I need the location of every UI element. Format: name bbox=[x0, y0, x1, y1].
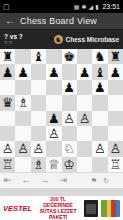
square-c8[interactable]: ♝ bbox=[31, 49, 46, 64]
square-c3[interactable] bbox=[31, 126, 46, 141]
square-d6[interactable] bbox=[46, 80, 61, 95]
piece-black-pawn[interactable]: ♟ bbox=[79, 65, 91, 78]
chess-board[interactable]: ♜♝♚♞♜♟♟♟♟♝♟♟♟♛♗♟♙♙♙♙♙♙♘♙♙♖♗♕♔♖ bbox=[0, 49, 123, 172]
piece-white-pawn[interactable]: ♙ bbox=[94, 142, 106, 155]
square-f4[interactable]: ♙ bbox=[77, 111, 92, 126]
square-e8[interactable]: ♚ bbox=[62, 49, 77, 64]
signal-icon: ◢ bbox=[89, 4, 94, 10]
result-label: ?-? bbox=[4, 40, 23, 46]
game-info-bar: ? vs ? ?-? ♞ Chess Microbase bbox=[0, 30, 123, 49]
square-c2[interactable]: ♙ bbox=[31, 141, 46, 156]
players-block: ? vs ? ?-? bbox=[4, 33, 23, 47]
square-g3[interactable] bbox=[92, 126, 107, 141]
square-e5[interactable] bbox=[62, 95, 77, 110]
square-c5[interactable] bbox=[31, 95, 46, 110]
square-f6[interactable] bbox=[77, 80, 92, 95]
piece-white-knight[interactable]: ♘ bbox=[63, 142, 75, 155]
square-f1[interactable] bbox=[77, 157, 92, 172]
piece-white-pawn[interactable]: ♙ bbox=[109, 142, 121, 155]
piece-black-queen[interactable]: ♛ bbox=[2, 96, 14, 109]
square-e6[interactable]: ♟ bbox=[62, 80, 77, 95]
back-arrow-icon[interactable]: ← bbox=[5, 16, 15, 26]
piece-white-king[interactable]: ♔ bbox=[63, 157, 75, 170]
piece-black-pawn[interactable]: ♟ bbox=[109, 65, 121, 78]
piece-black-pawn[interactable]: ♟ bbox=[17, 65, 29, 78]
square-d4[interactable]: ♟ bbox=[46, 111, 61, 126]
flag-button[interactable]: ⚑ bbox=[91, 177, 97, 184]
piece-white-bishop[interactable]: ♗ bbox=[33, 157, 45, 170]
square-h4[interactable] bbox=[108, 111, 123, 126]
square-h3[interactable] bbox=[108, 126, 123, 141]
square-c6[interactable] bbox=[31, 80, 46, 95]
square-h1[interactable]: ♖ bbox=[108, 157, 123, 172]
piece-white-pawn[interactable]: ♙ bbox=[33, 142, 45, 155]
square-c4[interactable] bbox=[31, 111, 46, 126]
first-move-button[interactable]: ⇤ bbox=[4, 176, 12, 185]
piece-white-queen[interactable]: ♕ bbox=[48, 157, 60, 170]
piece-black-bishop[interactable]: ♝ bbox=[33, 50, 45, 63]
page-title: Chess Board View bbox=[20, 16, 97, 26]
square-a3[interactable] bbox=[0, 126, 15, 141]
piece-white-rook[interactable]: ♖ bbox=[2, 157, 14, 170]
piece-black-knight[interactable]: ♞ bbox=[94, 50, 106, 63]
square-b3[interactable] bbox=[15, 126, 30, 141]
title-bar: ← Chess Board View bbox=[0, 13, 123, 30]
piece-black-pawn[interactable]: ♟ bbox=[94, 80, 106, 93]
square-d2[interactable] bbox=[46, 141, 61, 156]
square-g1[interactable] bbox=[92, 157, 107, 172]
ad-subline: SÜTAŞ LEZZET PAKETİ bbox=[35, 208, 81, 220]
piece-white-pawn[interactable]: ♙ bbox=[63, 111, 75, 124]
square-d5[interactable] bbox=[46, 95, 61, 110]
square-g7[interactable]: ♝ bbox=[92, 64, 107, 79]
app-brand[interactable]: ♞ Chess Microbase bbox=[54, 35, 119, 44]
vestel-logo: VESTEL bbox=[3, 204, 32, 213]
square-h5[interactable] bbox=[108, 95, 123, 110]
square-a1[interactable]: ♖ bbox=[0, 157, 15, 172]
ad-headline: 200 TL DEĞERİNDE bbox=[35, 196, 81, 208]
square-g8[interactable]: ♞ bbox=[92, 49, 107, 64]
square-e3[interactable] bbox=[62, 126, 77, 141]
square-f8[interactable] bbox=[77, 49, 92, 64]
clock-time: 23:51 bbox=[102, 3, 120, 10]
piece-white-pawn[interactable]: ♙ bbox=[79, 111, 91, 124]
square-b5[interactable]: ♗ bbox=[15, 95, 30, 110]
square-a2[interactable]: ♙ bbox=[0, 141, 15, 156]
square-b1[interactable] bbox=[15, 157, 30, 172]
piece-black-pawn[interactable]: ♟ bbox=[63, 80, 75, 93]
battery-icon: ▮ bbox=[95, 4, 98, 10]
square-d1[interactable]: ♕ bbox=[46, 157, 61, 172]
last-move-button[interactable]: ⇥ bbox=[60, 176, 68, 185]
square-h2[interactable]: ♙ bbox=[108, 141, 123, 156]
square-b7[interactable]: ♟ bbox=[15, 64, 30, 79]
rotate-board-button[interactable]: ↻ bbox=[103, 177, 109, 184]
ad-text: 200 TL DEĞERİNDE SÜTAŞ LEZZET PAKETİ bbox=[35, 196, 81, 220]
square-e2[interactable]: ♘ bbox=[62, 141, 77, 156]
piece-white-pawn[interactable]: ♙ bbox=[2, 142, 14, 155]
square-b6[interactable] bbox=[15, 80, 30, 95]
square-g5[interactable] bbox=[92, 95, 107, 110]
piece-white-pawn[interactable]: ♙ bbox=[48, 127, 60, 140]
square-f2[interactable] bbox=[77, 141, 92, 156]
ad-banner[interactable]: VESTEL 200 TL DEĞERİNDE SÜTAŞ LEZZET PAK… bbox=[0, 196, 123, 220]
piece-black-bishop[interactable]: ♝ bbox=[94, 65, 106, 78]
square-d3[interactable]: ♙ bbox=[46, 126, 61, 141]
square-e1[interactable]: ♔ bbox=[62, 157, 77, 172]
notification-grid-icon: ▦ bbox=[74, 4, 80, 10]
ad-food-image bbox=[101, 200, 120, 217]
move-nav-bar: ⇤ ← → ⇥ ⚑ ↻ bbox=[0, 172, 123, 188]
app-name-label: Chess Microbase bbox=[66, 36, 119, 43]
square-h8[interactable]: ♜ bbox=[108, 49, 123, 64]
piece-white-pawn[interactable]: ♙ bbox=[17, 142, 29, 155]
square-a5[interactable]: ♛ bbox=[0, 95, 15, 110]
square-a8[interactable]: ♜ bbox=[0, 49, 15, 64]
piece-black-pawn[interactable]: ♟ bbox=[48, 111, 60, 124]
square-c7[interactable] bbox=[31, 64, 46, 79]
piece-white-bishop[interactable]: ♗ bbox=[17, 96, 29, 109]
square-c1[interactable]: ♗ bbox=[31, 157, 46, 172]
separator-band bbox=[0, 188, 123, 196]
next-move-button[interactable]: → bbox=[41, 176, 50, 185]
square-g6[interactable]: ♟ bbox=[92, 80, 107, 95]
square-b8[interactable] bbox=[15, 49, 30, 64]
square-a7[interactable]: ♟ bbox=[0, 64, 15, 79]
status-bar: ▢ ▦ ✱ ◢ ▮ 23:51 bbox=[0, 0, 123, 13]
square-e7[interactable] bbox=[62, 64, 77, 79]
prev-move-button[interactable]: ← bbox=[22, 176, 31, 185]
square-f5[interactable] bbox=[77, 95, 92, 110]
square-f7[interactable]: ♟ bbox=[77, 64, 92, 79]
square-a4[interactable] bbox=[0, 111, 15, 126]
square-e4[interactable]: ♙ bbox=[62, 111, 77, 126]
square-a6[interactable] bbox=[0, 80, 15, 95]
piece-black-rook[interactable]: ♜ bbox=[2, 50, 14, 63]
square-b2[interactable]: ♙ bbox=[15, 141, 30, 156]
piece-black-rook[interactable]: ♜ bbox=[109, 50, 121, 63]
square-b4[interactable] bbox=[15, 111, 30, 126]
piece-white-rook[interactable]: ♖ bbox=[109, 157, 121, 170]
ad-oven-image bbox=[84, 200, 98, 217]
square-g4[interactable] bbox=[92, 111, 107, 126]
piece-black-pawn[interactable]: ♟ bbox=[48, 65, 60, 78]
square-f3[interactable] bbox=[77, 126, 92, 141]
square-g2[interactable]: ♙ bbox=[92, 141, 107, 156]
app-notification-icon: ▢ bbox=[3, 3, 10, 11]
chess-microbase-logo-icon: ♞ bbox=[54, 35, 63, 44]
square-h6[interactable] bbox=[108, 80, 123, 95]
notification-star-icon: ✱ bbox=[82, 4, 87, 10]
piece-black-king[interactable]: ♚ bbox=[63, 50, 75, 63]
players-label: ? vs ? bbox=[4, 33, 23, 40]
square-h7[interactable]: ♟ bbox=[108, 64, 123, 79]
square-d8[interactable] bbox=[46, 49, 61, 64]
piece-black-pawn[interactable]: ♟ bbox=[2, 65, 14, 78]
square-d7[interactable]: ♟ bbox=[46, 64, 61, 79]
